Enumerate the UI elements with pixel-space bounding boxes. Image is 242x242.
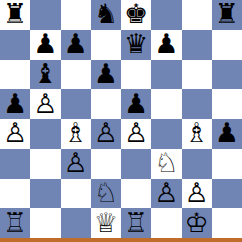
square-h2[interactable]	[212, 179, 242, 209]
square-e1[interactable]: ♖	[121, 208, 151, 238]
piece-white-queen-d1[interactable]: ♕	[94, 209, 118, 236]
square-f2[interactable]: ♙	[151, 179, 181, 209]
piece-black-pawn-d6[interactable]: ♟	[94, 60, 118, 87]
square-h8[interactable]: ♜	[212, 0, 242, 30]
square-a1[interactable]: ♖	[0, 208, 30, 238]
chess-board-screenshot: ♜♞♚♜♟♟♛♟♝♟♟♙♟♙♗♙♙♗♟♙♘♘♙♙♖♕♖♔	[0, 0, 242, 242]
square-b1[interactable]	[30, 208, 60, 238]
square-d6[interactable]: ♟	[91, 60, 121, 90]
square-c3[interactable]: ♙	[61, 149, 91, 179]
piece-black-pawn-e5[interactable]: ♟	[124, 90, 148, 117]
square-b7[interactable]: ♟	[30, 30, 60, 60]
piece-white-pawn-a4[interactable]: ♙	[3, 119, 27, 146]
square-c6[interactable]	[61, 60, 91, 90]
square-g7[interactable]	[182, 30, 212, 60]
piece-white-rook-e1[interactable]: ♖	[124, 209, 148, 236]
square-g6[interactable]	[182, 60, 212, 90]
piece-white-pawn-c3[interactable]: ♙	[64, 149, 88, 176]
square-g2[interactable]: ♙	[182, 179, 212, 209]
square-a4[interactable]: ♙	[0, 119, 30, 149]
square-b5[interactable]: ♙	[30, 89, 60, 119]
piece-white-bishop-g4[interactable]: ♗	[185, 119, 209, 146]
piece-white-rook-a1[interactable]: ♖	[3, 209, 27, 236]
square-g3[interactable]	[182, 149, 212, 179]
square-h5[interactable]	[212, 89, 242, 119]
square-d3[interactable]	[91, 149, 121, 179]
piece-white-pawn-f2[interactable]: ♙	[154, 179, 178, 206]
square-a3[interactable]	[0, 149, 30, 179]
board-bottom-edge	[0, 238, 242, 242]
square-e4[interactable]: ♙	[121, 119, 151, 149]
square-g4[interactable]: ♗	[182, 119, 212, 149]
square-g5[interactable]	[182, 89, 212, 119]
piece-black-rook-h8[interactable]: ♜	[215, 0, 239, 27]
square-a8[interactable]: ♜	[0, 0, 30, 30]
square-e8[interactable]: ♚	[121, 0, 151, 30]
square-d2[interactable]: ♘	[91, 179, 121, 209]
square-a7[interactable]	[0, 30, 30, 60]
square-d5[interactable]	[91, 89, 121, 119]
square-c8[interactable]	[61, 0, 91, 30]
square-b8[interactable]	[30, 0, 60, 30]
square-b6[interactable]: ♝	[30, 60, 60, 90]
square-f1[interactable]	[151, 208, 181, 238]
square-b4[interactable]	[30, 119, 60, 149]
square-d4[interactable]: ♙	[91, 119, 121, 149]
piece-black-rook-a8[interactable]: ♜	[3, 0, 27, 27]
square-f5[interactable]	[151, 89, 181, 119]
piece-white-pawn-g2[interactable]: ♙	[185, 179, 209, 206]
square-g8[interactable]	[182, 0, 212, 30]
square-e6[interactable]	[121, 60, 151, 90]
piece-black-knight-d8[interactable]: ♞	[94, 0, 118, 27]
piece-white-pawn-e4[interactable]: ♙	[124, 119, 148, 146]
piece-black-bishop-b6[interactable]: ♝	[33, 60, 57, 87]
piece-white-knight-d2[interactable]: ♘	[94, 179, 118, 206]
square-g1[interactable]: ♔	[182, 208, 212, 238]
piece-white-knight-f3[interactable]: ♘	[154, 149, 178, 176]
square-d8[interactable]: ♞	[91, 0, 121, 30]
square-f6[interactable]	[151, 60, 181, 90]
square-c4[interactable]: ♗	[61, 119, 91, 149]
square-a2[interactable]	[0, 179, 30, 209]
square-h3[interactable]	[212, 149, 242, 179]
square-e3[interactable]	[121, 149, 151, 179]
piece-black-pawn-f7[interactable]: ♟	[154, 30, 178, 57]
square-d7[interactable]	[91, 30, 121, 60]
square-c1[interactable]	[61, 208, 91, 238]
square-e5[interactable]: ♟	[121, 89, 151, 119]
square-b2[interactable]	[30, 179, 60, 209]
square-c7[interactable]: ♟	[61, 30, 91, 60]
square-f3[interactable]: ♘	[151, 149, 181, 179]
square-h6[interactable]	[212, 60, 242, 90]
piece-white-bishop-c4[interactable]: ♗	[64, 119, 88, 146]
square-h7[interactable]	[212, 30, 242, 60]
piece-black-pawn-b7[interactable]: ♟	[33, 30, 57, 57]
square-h1[interactable]	[212, 208, 242, 238]
piece-black-pawn-c7[interactable]: ♟	[64, 30, 88, 57]
piece-white-pawn-b5[interactable]: ♙	[33, 90, 57, 117]
piece-white-king-g1[interactable]: ♔	[185, 209, 209, 236]
square-a6[interactable]	[0, 60, 30, 90]
piece-black-queen-e7[interactable]: ♛	[124, 30, 148, 57]
square-b3[interactable]	[30, 149, 60, 179]
piece-black-king-e8[interactable]: ♚	[124, 0, 148, 27]
square-h4[interactable]: ♟	[212, 119, 242, 149]
square-c2[interactable]	[61, 179, 91, 209]
chess-board: ♜♞♚♜♟♟♛♟♝♟♟♙♟♙♗♙♙♗♟♙♘♘♙♙♖♕♖♔	[0, 0, 242, 238]
square-e2[interactable]	[121, 179, 151, 209]
square-f8[interactable]	[151, 0, 181, 30]
square-d1[interactable]: ♕	[91, 208, 121, 238]
piece-white-pawn-d4[interactable]: ♙	[94, 119, 118, 146]
piece-black-pawn-h4[interactable]: ♟	[215, 119, 239, 146]
square-f4[interactable]	[151, 119, 181, 149]
square-f7[interactable]: ♟	[151, 30, 181, 60]
square-e7[interactable]: ♛	[121, 30, 151, 60]
square-c5[interactable]	[61, 89, 91, 119]
square-a5[interactable]: ♟	[0, 89, 30, 119]
piece-black-pawn-a5[interactable]: ♟	[3, 90, 27, 117]
